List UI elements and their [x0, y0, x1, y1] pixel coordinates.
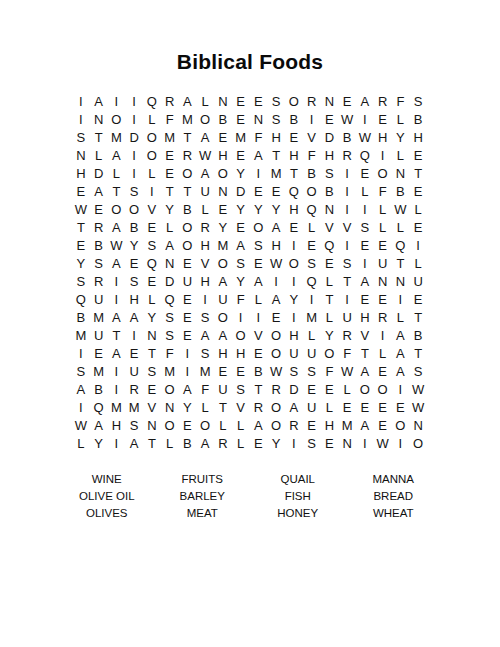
grid-cell-r14c13[interactable]: H [285, 327, 303, 345]
grid-cell-r18c16[interactable]: E [338, 399, 356, 417]
grid-cell-r2c10[interactable]: E [232, 110, 250, 128]
grid-cell-r14c12[interactable]: O [267, 327, 285, 345]
grid-cell-r9c12[interactable]: H [267, 236, 285, 254]
grid-cell-r3c17[interactable]: W [356, 128, 374, 146]
grid-cell-r20c9[interactable]: R [214, 435, 232, 453]
grid-cell-r8c18[interactable]: L [374, 218, 392, 236]
grid-cell-r13c19[interactable]: L [392, 309, 410, 327]
grid-cell-r12c12[interactable]: A [267, 291, 285, 309]
grid-cell-r18c9[interactable]: T [214, 399, 232, 417]
grid-cell-r9c16[interactable]: I [338, 236, 356, 254]
grid-cell-r4c15[interactable]: H [321, 146, 339, 164]
grid-cell-r3c20[interactable]: H [409, 128, 427, 146]
grid-cell-r17c5[interactable]: E [143, 381, 161, 399]
grid-cell-r17c10[interactable]: S [232, 381, 250, 399]
grid-cell-r17c11[interactable]: T [250, 381, 268, 399]
grid-cell-r12c8[interactable]: I [196, 291, 214, 309]
grid-cell-r18c4[interactable]: M [125, 399, 143, 417]
grid-cell-r10c16[interactable]: S [338, 254, 356, 272]
grid-cell-r14c9[interactable]: A [214, 327, 232, 345]
grid-cell-r17c13[interactable]: D [285, 381, 303, 399]
grid-cell-r7c1[interactable]: W [72, 200, 90, 218]
grid-cell-r11c9[interactable]: A [214, 272, 232, 290]
grid-cell-r18c12[interactable]: O [267, 399, 285, 417]
grid-cell-r19c7[interactable]: E [179, 417, 197, 435]
grid-cell-r13c6[interactable]: S [161, 309, 179, 327]
grid-cell-r16c10[interactable]: E [232, 363, 250, 381]
grid-cell-r20c7[interactable]: B [179, 435, 197, 453]
grid-cell-r8c5[interactable]: E [143, 218, 161, 236]
grid-cell-r15c17[interactable]: T [356, 345, 374, 363]
grid-cell-r2c6[interactable]: F [161, 110, 179, 128]
grid-cell-r12c11[interactable]: L [250, 291, 268, 309]
grid-cell-r5c9[interactable]: O [214, 164, 232, 182]
grid-cell-r7c9[interactable]: E [214, 200, 232, 218]
grid-cell-r9c10[interactable]: A [232, 236, 250, 254]
grid-cell-r16c6[interactable]: M [161, 363, 179, 381]
grid-cell-r6c12[interactable]: E [267, 182, 285, 200]
grid-cell-r7c11[interactable]: Y [250, 200, 268, 218]
grid-cell-r9c9[interactable]: M [214, 236, 232, 254]
grid-cell-r1c17[interactable]: A [356, 92, 374, 110]
grid-cell-r3c10[interactable]: M [232, 128, 250, 146]
grid-cell-r2c8[interactable]: O [196, 110, 214, 128]
grid-cell-r20c1[interactable]: L [72, 435, 90, 453]
grid-cell-r15c18[interactable]: L [374, 345, 392, 363]
grid-cell-r9c18[interactable]: E [374, 236, 392, 254]
grid-cell-r1c20[interactable]: S [409, 92, 427, 110]
grid-cell-r17c8[interactable]: F [196, 381, 214, 399]
grid-cell-r4c7[interactable]: R [179, 146, 197, 164]
grid-cell-r10c10[interactable]: S [232, 254, 250, 272]
grid-cell-r19c20[interactable]: N [409, 417, 427, 435]
grid-cell-r11c8[interactable]: H [196, 272, 214, 290]
grid-cell-r6c7[interactable]: T [179, 182, 197, 200]
grid-cell-r1c1[interactable]: I [72, 92, 90, 110]
grid-cell-r4c16[interactable]: R [338, 146, 356, 164]
grid-cell-r10c14[interactable]: S [303, 254, 321, 272]
grid-cell-r12c17[interactable]: E [356, 291, 374, 309]
grid-cell-r4c5[interactable]: O [143, 146, 161, 164]
grid-cell-r13c16[interactable]: U [338, 309, 356, 327]
grid-cell-r16c17[interactable]: A [356, 363, 374, 381]
grid-cell-r6c3[interactable]: T [108, 182, 126, 200]
grid-cell-r3c16[interactable]: B [338, 128, 356, 146]
grid-cell-r11c11[interactable]: A [250, 272, 268, 290]
grid-cell-r9c19[interactable]: Q [392, 236, 410, 254]
grid-cell-r18c1[interactable]: I [72, 399, 90, 417]
grid-cell-r10c17[interactable]: I [356, 254, 374, 272]
grid-cell-r20c12[interactable]: Y [267, 435, 285, 453]
grid-cell-r10c6[interactable]: N [161, 254, 179, 272]
grid-cell-r2c2[interactable]: N [90, 110, 108, 128]
grid-cell-r8c11[interactable]: O [250, 218, 268, 236]
grid-cell-r7c15[interactable]: N [321, 200, 339, 218]
grid-cell-r14c1[interactable]: M [72, 327, 90, 345]
grid-cell-r19c6[interactable]: O [161, 417, 179, 435]
grid-cell-r12c16[interactable]: I [338, 291, 356, 309]
grid-cell-r11c20[interactable]: U [409, 272, 427, 290]
grid-cell-r4c13[interactable]: H [285, 146, 303, 164]
grid-cell-r4c2[interactable]: L [90, 146, 108, 164]
grid-cell-r3c8[interactable]: A [196, 128, 214, 146]
grid-cell-r15c2[interactable]: E [90, 345, 108, 363]
grid-cell-r16c1[interactable]: S [72, 363, 90, 381]
grid-cell-r12c13[interactable]: Y [285, 291, 303, 309]
grid-cell-r2c19[interactable]: L [392, 110, 410, 128]
grid-cell-r18c6[interactable]: N [161, 399, 179, 417]
grid-cell-r11c3[interactable]: I [108, 272, 126, 290]
grid-cell-r18c10[interactable]: V [232, 399, 250, 417]
grid-cell-r12c4[interactable]: H [125, 291, 143, 309]
grid-cell-r3c5[interactable]: O [143, 128, 161, 146]
grid-cell-r5c20[interactable]: T [409, 164, 427, 182]
grid-cell-r1c16[interactable]: E [338, 92, 356, 110]
grid-cell-r5c12[interactable]: M [267, 164, 285, 182]
grid-cell-r13c11[interactable]: I [250, 309, 268, 327]
grid-cell-r19c4[interactable]: S [125, 417, 143, 435]
grid-cell-r10c19[interactable]: T [392, 254, 410, 272]
grid-cell-r11c5[interactable]: E [143, 272, 161, 290]
grid-cell-r15c7[interactable]: I [179, 345, 197, 363]
grid-cell-r7c2[interactable]: E [90, 200, 108, 218]
grid-cell-r3c3[interactable]: M [108, 128, 126, 146]
grid-cell-r9c15[interactable]: Q [321, 236, 339, 254]
grid-cell-r3c15[interactable]: D [321, 128, 339, 146]
grid-cell-r6c1[interactable]: E [72, 182, 90, 200]
grid-cell-r15c15[interactable]: O [321, 345, 339, 363]
grid-cell-r2c5[interactable]: L [143, 110, 161, 128]
grid-cell-r11c2[interactable]: R [90, 272, 108, 290]
grid-cell-r17c2[interactable]: B [90, 381, 108, 399]
grid-cell-r10c4[interactable]: E [125, 254, 143, 272]
grid-cell-r17c6[interactable]: O [161, 381, 179, 399]
grid-cell-r5c10[interactable]: Y [232, 164, 250, 182]
grid-cell-r20c16[interactable]: N [338, 435, 356, 453]
grid-cell-r5c7[interactable]: O [179, 164, 197, 182]
grid-cell-r10c1[interactable]: Y [72, 254, 90, 272]
grid-cell-r10c12[interactable]: W [267, 254, 285, 272]
grid-cell-r4c9[interactable]: H [214, 146, 232, 164]
grid-cell-r19c13[interactable]: R [285, 417, 303, 435]
grid-cell-r18c19[interactable]: E [392, 399, 410, 417]
grid-cell-r1c11[interactable]: E [250, 92, 268, 110]
grid-cell-r5c11[interactable]: I [250, 164, 268, 182]
grid-cell-r2c12[interactable]: S [267, 110, 285, 128]
grid-cell-r15c6[interactable]: F [161, 345, 179, 363]
grid-cell-r12c7[interactable]: E [179, 291, 197, 309]
grid-cell-r14c15[interactable]: Y [321, 327, 339, 345]
grid-cell-r5c3[interactable]: L [108, 164, 126, 182]
grid-cell-r1c7[interactable]: A [179, 92, 197, 110]
grid-cell-r11c16[interactable]: T [338, 272, 356, 290]
grid-cell-r17c16[interactable]: L [338, 381, 356, 399]
grid-cell-r4c6[interactable]: E [161, 146, 179, 164]
grid-cell-r9c6[interactable]: A [161, 236, 179, 254]
grid-cell-r1c10[interactable]: E [232, 92, 250, 110]
grid-cell-r3c6[interactable]: M [161, 128, 179, 146]
grid-cell-r6c16[interactable]: I [338, 182, 356, 200]
grid-cell-r8c7[interactable]: O [179, 218, 197, 236]
grid-cell-r5c4[interactable]: I [125, 164, 143, 182]
grid-cell-r4c12[interactable]: T [267, 146, 285, 164]
grid-cell-r1c4[interactable]: I [125, 92, 143, 110]
grid-cell-r8c19[interactable]: L [392, 218, 410, 236]
grid-cell-r10c3[interactable]: A [108, 254, 126, 272]
grid-cell-r9c17[interactable]: E [356, 236, 374, 254]
grid-cell-r15c11[interactable]: E [250, 345, 268, 363]
grid-cell-r13c10[interactable]: I [232, 309, 250, 327]
grid-cell-r20c6[interactable]: L [161, 435, 179, 453]
grid-cell-r8c13[interactable]: E [285, 218, 303, 236]
grid-cell-r18c7[interactable]: Y [179, 399, 197, 417]
grid-cell-r19c9[interactable]: L [214, 417, 232, 435]
grid-cell-r9c7[interactable]: O [179, 236, 197, 254]
grid-cell-r2c16[interactable]: W [338, 110, 356, 128]
grid-cell-r8c15[interactable]: V [321, 218, 339, 236]
grid-cell-r9c14[interactable]: E [303, 236, 321, 254]
grid-cell-r16c4[interactable]: U [125, 363, 143, 381]
grid-cell-r13c14[interactable]: M [303, 309, 321, 327]
grid-cell-r20c19[interactable]: I [392, 435, 410, 453]
grid-cell-r14c4[interactable]: I [125, 327, 143, 345]
grid-cell-r13c3[interactable]: A [108, 309, 126, 327]
grid-cell-r19c3[interactable]: H [108, 417, 126, 435]
grid-cell-r20c11[interactable]: E [250, 435, 268, 453]
grid-cell-r5c15[interactable]: S [321, 164, 339, 182]
grid-cell-r14c18[interactable]: I [374, 327, 392, 345]
grid-cell-r19c11[interactable]: A [250, 417, 268, 435]
grid-cell-r4c1[interactable]: N [72, 146, 90, 164]
grid-cell-r8c12[interactable]: A [267, 218, 285, 236]
grid-cell-r17c20[interactable]: W [409, 381, 427, 399]
grid-cell-r15c9[interactable]: H [214, 345, 232, 363]
grid-cell-r18c18[interactable]: E [374, 399, 392, 417]
grid-cell-r18c14[interactable]: U [303, 399, 321, 417]
grid-cell-r17c19[interactable]: I [392, 381, 410, 399]
grid-cell-r7c5[interactable]: V [143, 200, 161, 218]
grid-cell-r6c20[interactable]: E [409, 182, 427, 200]
grid-cell-r8c16[interactable]: V [338, 218, 356, 236]
grid-cell-r14c3[interactable]: T [108, 327, 126, 345]
grid-cell-r2c15[interactable]: E [321, 110, 339, 128]
grid-cell-r5c19[interactable]: N [392, 164, 410, 182]
grid-cell-r7c6[interactable]: Y [161, 200, 179, 218]
grid-cell-r19c2[interactable]: A [90, 417, 108, 435]
grid-cell-r20c14[interactable]: S [303, 435, 321, 453]
grid-cell-r13c18[interactable]: R [374, 309, 392, 327]
grid-cell-r20c17[interactable]: I [356, 435, 374, 453]
grid-cell-r14c16[interactable]: R [338, 327, 356, 345]
grid-cell-r8c14[interactable]: L [303, 218, 321, 236]
grid-cell-r13c7[interactable]: E [179, 309, 197, 327]
grid-cell-r13c8[interactable]: S [196, 309, 214, 327]
grid-cell-r17c14[interactable]: E [303, 381, 321, 399]
grid-cell-r3c7[interactable]: T [179, 128, 197, 146]
grid-cell-r2c4[interactable]: I [125, 110, 143, 128]
grid-cell-r15c12[interactable]: O [267, 345, 285, 363]
grid-cell-r17c12[interactable]: R [267, 381, 285, 399]
grid-cell-r9c5[interactable]: S [143, 236, 161, 254]
grid-cell-r18c11[interactable]: R [250, 399, 268, 417]
grid-cell-r7c8[interactable]: L [196, 200, 214, 218]
grid-cell-r4c8[interactable]: W [196, 146, 214, 164]
grid-cell-r11c7[interactable]: U [179, 272, 197, 290]
grid-cell-r4c3[interactable]: A [108, 146, 126, 164]
grid-cell-r15c5[interactable]: T [143, 345, 161, 363]
grid-cell-r1c6[interactable]: R [161, 92, 179, 110]
grid-cell-r8c3[interactable]: A [108, 218, 126, 236]
grid-cell-r1c13[interactable]: O [285, 92, 303, 110]
grid-cell-r19c10[interactable]: L [232, 417, 250, 435]
grid-cell-r13c17[interactable]: H [356, 309, 374, 327]
grid-cell-r2c11[interactable]: N [250, 110, 268, 128]
grid-cell-r2c9[interactable]: B [214, 110, 232, 128]
grid-cell-r11c14[interactable]: Q [303, 272, 321, 290]
grid-cell-r11c18[interactable]: N [374, 272, 392, 290]
grid-cell-r11c15[interactable]: L [321, 272, 339, 290]
grid-cell-r15c8[interactable]: S [196, 345, 214, 363]
grid-cell-r18c20[interactable]: W [409, 399, 427, 417]
grid-cell-r5c18[interactable]: O [374, 164, 392, 182]
grid-cell-r12c1[interactable]: Q [72, 291, 90, 309]
grid-cell-r17c7[interactable]: A [179, 381, 197, 399]
grid-cell-r14c5[interactable]: N [143, 327, 161, 345]
grid-cell-r15c19[interactable]: A [392, 345, 410, 363]
grid-cell-r10c20[interactable]: L [409, 254, 427, 272]
grid-cell-r16c16[interactable]: W [338, 363, 356, 381]
grid-cell-r6c14[interactable]: O [303, 182, 321, 200]
grid-cell-r8c2[interactable]: R [90, 218, 108, 236]
grid-cell-r6c17[interactable]: L [356, 182, 374, 200]
grid-cell-r1c3[interactable]: I [108, 92, 126, 110]
grid-cell-r19c17[interactable]: A [356, 417, 374, 435]
grid-cell-r16c15[interactable]: F [321, 363, 339, 381]
grid-cell-r14c10[interactable]: O [232, 327, 250, 345]
grid-cell-r7c17[interactable]: I [356, 200, 374, 218]
grid-cell-r20c20[interactable]: O [409, 435, 427, 453]
grid-cell-r10c5[interactable]: Q [143, 254, 161, 272]
grid-cell-r16c20[interactable]: S [409, 363, 427, 381]
grid-cell-r16c18[interactable]: E [374, 363, 392, 381]
grid-cell-r5c16[interactable]: I [338, 164, 356, 182]
grid-cell-r12c18[interactable]: E [374, 291, 392, 309]
grid-cell-r2c20[interactable]: B [409, 110, 427, 128]
grid-cell-r8c4[interactable]: B [125, 218, 143, 236]
grid-cell-r1c19[interactable]: F [392, 92, 410, 110]
grid-cell-r14c8[interactable]: A [196, 327, 214, 345]
grid-cell-r6c4[interactable]: S [125, 182, 143, 200]
grid-cell-r18c17[interactable]: E [356, 399, 374, 417]
grid-cell-r5c14[interactable]: B [303, 164, 321, 182]
grid-cell-r12c15[interactable]: T [321, 291, 339, 309]
grid-cell-r9c8[interactable]: H [196, 236, 214, 254]
grid-cell-r3c2[interactable]: T [90, 128, 108, 146]
grid-cell-r19c19[interactable]: O [392, 417, 410, 435]
grid-cell-r5c17[interactable]: E [356, 164, 374, 182]
grid-cell-r2c18[interactable]: E [374, 110, 392, 128]
grid-cell-r13c5[interactable]: Y [143, 309, 161, 327]
grid-cell-r4c4[interactable]: I [125, 146, 143, 164]
grid-cell-r3c4[interactable]: D [125, 128, 143, 146]
grid-cell-r11c10[interactable]: Y [232, 272, 250, 290]
grid-cell-r3c13[interactable]: E [285, 128, 303, 146]
grid-cell-r13c13[interactable]: I [285, 309, 303, 327]
grid-cell-r13c1[interactable]: B [72, 309, 90, 327]
grid-cell-r3c9[interactable]: E [214, 128, 232, 146]
grid-cell-r12c2[interactable]: U [90, 291, 108, 309]
grid-cell-r7c16[interactable]: I [338, 200, 356, 218]
grid-cell-r19c16[interactable]: M [338, 417, 356, 435]
grid-cell-r19c12[interactable]: O [267, 417, 285, 435]
grid-cell-r10c15[interactable]: E [321, 254, 339, 272]
grid-cell-r20c18[interactable]: W [374, 435, 392, 453]
grid-cell-r9c4[interactable]: Y [125, 236, 143, 254]
grid-cell-r11c19[interactable]: N [392, 272, 410, 290]
grid-cell-r6c10[interactable]: D [232, 182, 250, 200]
grid-cell-r7c19[interactable]: W [392, 200, 410, 218]
grid-cell-r3c1[interactable]: S [72, 128, 90, 146]
grid-cell-r20c5[interactable]: T [143, 435, 161, 453]
grid-cell-r20c4[interactable]: A [125, 435, 143, 453]
grid-cell-r19c14[interactable]: E [303, 417, 321, 435]
grid-cell-r5c2[interactable]: D [90, 164, 108, 182]
grid-cell-r14c7[interactable]: E [179, 327, 197, 345]
grid-cell-r9c2[interactable]: B [90, 236, 108, 254]
grid-cell-r17c18[interactable]: O [374, 381, 392, 399]
grid-cell-r18c8[interactable]: L [196, 399, 214, 417]
grid-cell-r8c8[interactable]: R [196, 218, 214, 236]
grid-cell-r12c6[interactable]: Q [161, 291, 179, 309]
grid-cell-r2c17[interactable]: I [356, 110, 374, 128]
grid-cell-r3c14[interactable]: V [303, 128, 321, 146]
grid-cell-r14c20[interactable]: B [409, 327, 427, 345]
grid-cell-r12c19[interactable]: I [392, 291, 410, 309]
grid-cell-r19c8[interactable]: O [196, 417, 214, 435]
grid-cell-r1c5[interactable]: Q [143, 92, 161, 110]
grid-cell-r5c13[interactable]: T [285, 164, 303, 182]
grid-cell-r1c12[interactable]: S [267, 92, 285, 110]
grid-cell-r8c10[interactable]: E [232, 218, 250, 236]
grid-cell-r12c14[interactable]: I [303, 291, 321, 309]
grid-cell-r8c9[interactable]: Y [214, 218, 232, 236]
grid-cell-r7c12[interactable]: Y [267, 200, 285, 218]
grid-cell-r7c14[interactable]: Q [303, 200, 321, 218]
grid-cell-r3c19[interactable]: Y [392, 128, 410, 146]
grid-cell-r3c11[interactable]: F [250, 128, 268, 146]
grid-cell-r14c19[interactable]: A [392, 327, 410, 345]
grid-cell-r17c15[interactable]: E [321, 381, 339, 399]
grid-cell-r9c3[interactable]: W [108, 236, 126, 254]
grid-cell-r8c6[interactable]: L [161, 218, 179, 236]
grid-cell-r13c15[interactable]: L [321, 309, 339, 327]
grid-cell-r17c4[interactable]: R [125, 381, 143, 399]
grid-cell-r5c8[interactable]: A [196, 164, 214, 182]
grid-cell-r9c1[interactable]: E [72, 236, 90, 254]
grid-cell-r4c11[interactable]: A [250, 146, 268, 164]
grid-cell-r11c4[interactable]: S [125, 272, 143, 290]
grid-cell-r16c2[interactable]: M [90, 363, 108, 381]
grid-cell-r15c10[interactable]: H [232, 345, 250, 363]
grid-cell-r14c14[interactable]: L [303, 327, 321, 345]
grid-cell-r10c11[interactable]: E [250, 254, 268, 272]
grid-cell-r16c12[interactable]: W [267, 363, 285, 381]
grid-cell-r16c3[interactable]: I [108, 363, 126, 381]
grid-cell-r6c6[interactable]: T [161, 182, 179, 200]
grid-cell-r8c20[interactable]: E [409, 218, 427, 236]
grid-cell-r1c9[interactable]: N [214, 92, 232, 110]
grid-cell-r10c18[interactable]: U [374, 254, 392, 272]
